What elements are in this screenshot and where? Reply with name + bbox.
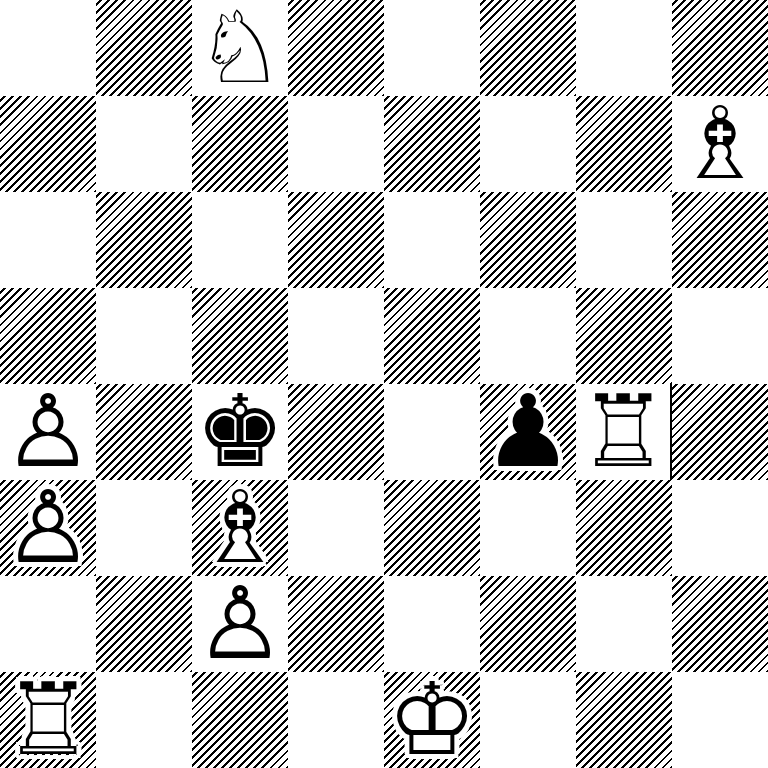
square-a4[interactable]: ♟♙ — [0, 384, 96, 480]
square-d7[interactable] — [288, 96, 384, 192]
square-f3[interactable] — [480, 480, 576, 576]
piece-glyph: ♙ — [0, 384, 96, 480]
square-c7[interactable] — [192, 96, 288, 192]
square-h6[interactable] — [672, 192, 768, 288]
white-pawn[interactable]: ♟♙ — [192, 576, 288, 672]
white-bishop[interactable]: ♝♗ — [672, 96, 768, 192]
square-b8[interactable] — [96, 0, 192, 96]
square-e6[interactable] — [384, 192, 480, 288]
square-a5[interactable] — [0, 288, 96, 384]
square-h5[interactable] — [672, 288, 768, 384]
square-c8[interactable]: ♞♘ — [192, 0, 288, 96]
white-knight[interactable]: ♞♘ — [192, 0, 288, 96]
square-f7[interactable] — [480, 96, 576, 192]
square-g1[interactable] — [576, 672, 672, 768]
square-f2[interactable] — [480, 576, 576, 672]
square-d8[interactable] — [288, 0, 384, 96]
square-g4[interactable]: ♜♖ — [576, 384, 672, 480]
square-d5[interactable] — [288, 288, 384, 384]
square-h8[interactable] — [672, 0, 768, 96]
square-a7[interactable] — [0, 96, 96, 192]
square-b7[interactable] — [96, 96, 192, 192]
square-d3[interactable] — [288, 480, 384, 576]
piece-glyph: ♗ — [192, 480, 288, 576]
square-c6[interactable] — [192, 192, 288, 288]
square-a8[interactable] — [0, 0, 96, 96]
piece-glyph: ♟ — [480, 384, 576, 480]
white-pawn[interactable]: ♟♙ — [0, 384, 96, 480]
square-g6[interactable] — [576, 192, 672, 288]
white-rook[interactable]: ♜♖ — [0, 672, 96, 768]
square-e2[interactable] — [384, 576, 480, 672]
square-g5[interactable] — [576, 288, 672, 384]
black-pawn[interactable]: ♟♟ — [480, 384, 576, 480]
square-b4[interactable] — [96, 384, 192, 480]
white-rook[interactable]: ♜♖ — [576, 384, 670, 480]
piece-glyph: ♙ — [192, 576, 288, 672]
white-bishop[interactable]: ♝♗ — [192, 480, 288, 576]
square-g8[interactable] — [576, 0, 672, 96]
white-pawn[interactable]: ♟♙ — [0, 480, 96, 576]
square-d2[interactable] — [288, 576, 384, 672]
piece-glyph: ♗ — [672, 96, 768, 192]
square-d1[interactable] — [288, 672, 384, 768]
piece-glyph: ♙ — [0, 480, 96, 576]
square-c3[interactable]: ♝♗ — [192, 480, 288, 576]
piece-glyph: ♚ — [192, 384, 288, 480]
square-e1[interactable]: ♚♔ — [384, 672, 480, 768]
square-e3[interactable] — [384, 480, 480, 576]
square-d4[interactable] — [288, 384, 384, 480]
square-b2[interactable] — [96, 576, 192, 672]
square-h1[interactable] — [672, 672, 768, 768]
square-a6[interactable] — [0, 192, 96, 288]
square-h2[interactable] — [672, 576, 768, 672]
piece-glyph: ♖ — [0, 672, 96, 768]
square-g3[interactable] — [576, 480, 672, 576]
square-h4[interactable] — [672, 384, 768, 480]
square-h3[interactable] — [672, 480, 768, 576]
square-a1[interactable]: ♜♖ — [0, 672, 96, 768]
square-e7[interactable] — [384, 96, 480, 192]
square-b3[interactable] — [96, 480, 192, 576]
piece-glyph: ♔ — [384, 672, 480, 768]
square-b6[interactable] — [96, 192, 192, 288]
square-f5[interactable] — [480, 288, 576, 384]
square-g7[interactable] — [576, 96, 672, 192]
square-g2[interactable] — [576, 576, 672, 672]
square-f6[interactable] — [480, 192, 576, 288]
square-b1[interactable] — [96, 672, 192, 768]
piece-glyph: ♖ — [576, 384, 670, 480]
black-king[interactable]: ♚♚ — [192, 384, 288, 480]
square-f8[interactable] — [480, 0, 576, 96]
square-f1[interactable] — [480, 672, 576, 768]
square-e4[interactable] — [384, 384, 480, 480]
chess-board: ♞♘♝♗♟♙♚♚♟♟♜♖♟♙♝♗♟♙♜♖♚♔ — [0, 0, 768, 768]
square-c4[interactable]: ♚♚ — [192, 384, 288, 480]
square-c2[interactable]: ♟♙ — [192, 576, 288, 672]
square-c5[interactable] — [192, 288, 288, 384]
square-e5[interactable] — [384, 288, 480, 384]
square-f4[interactable]: ♟♟ — [480, 384, 576, 480]
square-a3[interactable]: ♟♙ — [0, 480, 96, 576]
square-h7[interactable]: ♝♗ — [672, 96, 768, 192]
square-d6[interactable] — [288, 192, 384, 288]
piece-glyph: ♘ — [192, 0, 288, 96]
white-king[interactable]: ♚♔ — [384, 672, 480, 768]
square-e8[interactable] — [384, 0, 480, 96]
square-c1[interactable] — [192, 672, 288, 768]
square-b5[interactable] — [96, 288, 192, 384]
square-a2[interactable] — [0, 576, 96, 672]
